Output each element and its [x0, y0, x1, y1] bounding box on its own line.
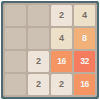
- tile-4-r2c3: 4: [51, 28, 72, 49]
- tile-8-r2c4: 8: [74, 28, 95, 49]
- tile-2-r4c2: 2: [28, 74, 49, 95]
- tile-16-r3c3: 16: [51, 51, 72, 72]
- tile-16-r4c4: 16: [74, 74, 95, 95]
- cell-empty-r1c1: [5, 5, 26, 26]
- cell-empty-r2c2: [28, 28, 49, 49]
- cell-empty-r1c2: [28, 5, 49, 26]
- app-frame: 2448216322216: [1, 1, 99, 99]
- game-board-2048[interactable]: 2448216322216: [3, 3, 97, 97]
- tile-32-r3c4: 32: [74, 51, 95, 72]
- cell-empty-r3c1: [5, 51, 26, 72]
- cell-empty-r4c1: [5, 74, 26, 95]
- tile-2-r4c3: 2: [51, 74, 72, 95]
- tile-2-r3c2: 2: [28, 51, 49, 72]
- tile-2-r1c3: 2: [51, 5, 72, 26]
- tile-4-r1c4: 4: [74, 5, 95, 26]
- cell-empty-r2c1: [5, 28, 26, 49]
